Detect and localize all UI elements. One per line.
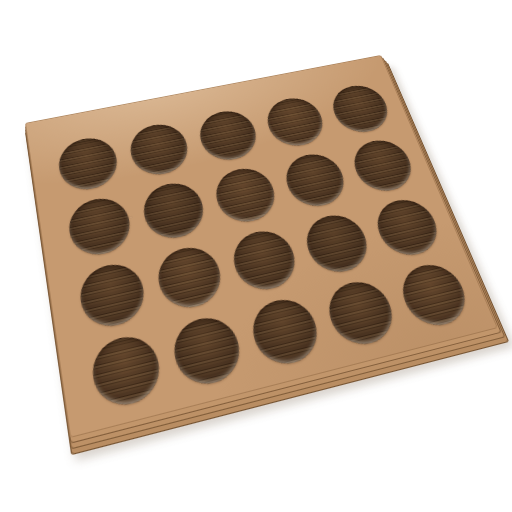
cover-cap-disc bbox=[347, 136, 419, 196]
cover-cap-disc bbox=[139, 178, 209, 243]
cover-cap-disc bbox=[370, 195, 446, 261]
cover-cap-disc bbox=[394, 259, 474, 331]
cover-cap-disc bbox=[300, 210, 375, 278]
cover-cap-disc bbox=[126, 120, 193, 179]
cover-cap-disc bbox=[261, 94, 329, 151]
cover-cap-disc bbox=[76, 259, 149, 333]
cover-cap-disc bbox=[168, 312, 246, 391]
cover-cap-disc bbox=[88, 331, 165, 412]
cap-cell-r4c1 bbox=[78, 322, 175, 422]
cover-cap-disc bbox=[280, 150, 351, 212]
cap-grid bbox=[47, 76, 485, 422]
product-photo-scene: Overhead product photo of a small stack … bbox=[0, 0, 512, 512]
cover-cap-disc bbox=[321, 276, 400, 350]
cover-cap-disc bbox=[153, 242, 227, 314]
cover-cap-disc bbox=[195, 107, 262, 165]
cover-cap-disc bbox=[55, 134, 121, 195]
cap-sheet bbox=[25, 55, 498, 438]
cover-cap-disc bbox=[326, 81, 395, 136]
cover-cap-disc bbox=[210, 164, 281, 227]
cover-cap-disc bbox=[227, 226, 301, 296]
cover-cap-disc bbox=[246, 294, 325, 371]
cover-cap-disc bbox=[65, 193, 134, 260]
